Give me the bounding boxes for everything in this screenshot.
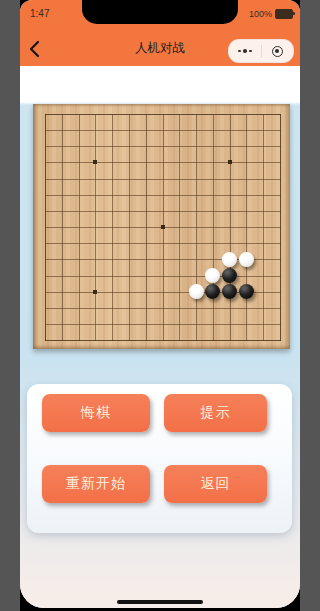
ellipsis-icon xyxy=(243,49,247,53)
battery-full-icon xyxy=(275,9,293,19)
home-indicator[interactable] xyxy=(117,600,203,604)
star-point xyxy=(228,160,232,164)
status-time: 1:47 xyxy=(30,8,49,19)
grid-line-vertical xyxy=(280,114,281,341)
white-stone xyxy=(189,284,204,299)
page-content: 悔棋 提示 重新开始 返回 xyxy=(20,66,300,608)
grid-line-vertical xyxy=(263,114,264,341)
black-stone xyxy=(239,284,254,299)
notch xyxy=(82,0,238,24)
undo-button[interactable]: 悔棋 xyxy=(42,394,150,432)
battery-percent: 100% xyxy=(249,9,272,19)
ellipsis-icon xyxy=(238,50,241,53)
grid-line-horizontal xyxy=(45,308,281,309)
more-button[interactable] xyxy=(229,40,261,62)
grid-line-horizontal xyxy=(45,340,281,341)
star-point xyxy=(161,225,165,229)
battery-status: 100% xyxy=(249,9,293,19)
star-point xyxy=(93,160,97,164)
app-header: 1:47 100% 人机对战 xyxy=(20,0,300,66)
miniprogram-capsule xyxy=(228,39,294,63)
exit-button[interactable] xyxy=(262,40,294,62)
control-panel: 悔棋 提示 重新开始 返回 xyxy=(27,384,292,533)
gomoku-board[interactable] xyxy=(33,104,290,349)
white-stone xyxy=(205,268,220,283)
app-screen: 1:47 100% 人机对战 xyxy=(20,0,300,608)
black-stone xyxy=(222,284,237,299)
restart-button[interactable]: 重新开始 xyxy=(42,465,150,503)
white-stone xyxy=(239,252,254,267)
grid-line-horizontal xyxy=(45,324,281,325)
star-point xyxy=(93,290,97,294)
nav-bar: 人机对战 xyxy=(20,33,300,66)
target-circle-icon xyxy=(272,46,283,57)
return-button[interactable]: 返回 xyxy=(164,465,267,503)
black-stone xyxy=(222,268,237,283)
black-stone xyxy=(205,284,220,299)
white-stone xyxy=(222,252,237,267)
phone-frame: 1:47 100% 人机对战 xyxy=(20,0,300,611)
ellipsis-icon xyxy=(249,50,252,53)
hint-button[interactable]: 提示 xyxy=(164,394,267,432)
